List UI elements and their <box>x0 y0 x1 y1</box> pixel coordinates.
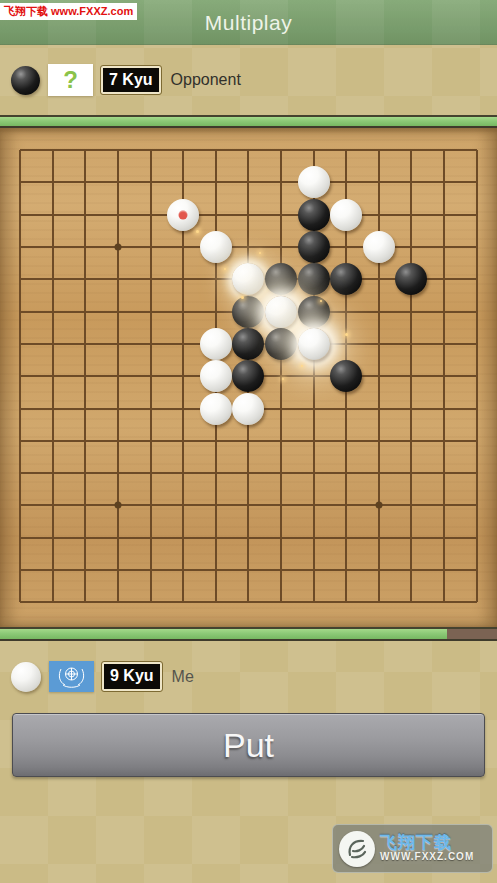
board-intersection[interactable] <box>167 489 200 521</box>
board-intersection[interactable] <box>265 522 298 554</box>
black-stone <box>298 296 330 328</box>
board-intersection[interactable] <box>102 199 135 231</box>
my-label: Me <box>172 668 194 686</box>
opponent-rank-badge: 7 Kyu <box>101 66 161 95</box>
my-info-row: 9 Kyu Me <box>0 641 497 712</box>
board-intersection[interactable] <box>395 425 428 457</box>
board-intersection[interactable] <box>395 231 428 263</box>
board-intersection[interactable] <box>428 457 461 489</box>
board-intersection[interactable] <box>200 328 233 360</box>
board-intersection[interactable] <box>395 199 428 231</box>
board-intersection[interactable] <box>134 360 167 392</box>
board-intersection[interactable] <box>102 328 135 360</box>
board-intersection[interactable] <box>200 522 233 554</box>
board-intersection[interactable] <box>363 134 396 166</box>
star-point <box>375 502 382 509</box>
white-stone <box>298 166 330 198</box>
board-intersection[interactable] <box>232 295 265 327</box>
top-watermark: 飞翔下载 www.FXXZ.com <box>0 3 137 20</box>
board-intersection[interactable] <box>134 425 167 457</box>
black-stone <box>330 263 362 295</box>
watermark-site-name: 飞翔下载 <box>380 834 474 852</box>
gomoku-board[interactable] <box>4 134 493 618</box>
board-intersection[interactable] <box>428 263 461 295</box>
opponent-timer-fill <box>0 117 497 126</box>
board-intersection[interactable] <box>265 328 298 360</box>
un-flag-icon <box>49 661 94 692</box>
board-intersection[interactable] <box>232 522 265 554</box>
board-intersection[interactable] <box>363 263 396 295</box>
black-stone <box>265 263 297 295</box>
board-intersection[interactable] <box>265 166 298 198</box>
board-intersection[interactable] <box>232 199 265 231</box>
board-intersection[interactable] <box>200 586 233 618</box>
board-intersection[interactable] <box>4 392 37 424</box>
white-stone <box>200 328 232 360</box>
board-intersection[interactable] <box>363 166 396 198</box>
board-intersection[interactable] <box>330 360 363 392</box>
board-intersection[interactable] <box>4 263 37 295</box>
board-intersection[interactable] <box>134 392 167 424</box>
board-intersection[interactable] <box>395 522 428 554</box>
board-intersection[interactable] <box>395 554 428 586</box>
board-intersection[interactable] <box>395 263 428 295</box>
board-intersection[interactable] <box>297 522 330 554</box>
board-intersection[interactable] <box>37 586 70 618</box>
board-intersection[interactable] <box>297 263 330 295</box>
board-intersection[interactable] <box>330 392 363 424</box>
board-intersection[interactable] <box>460 231 493 263</box>
board-intersection[interactable] <box>69 425 102 457</box>
opponent-black-stone-avatar <box>11 66 40 95</box>
white-stone-glowing <box>232 263 264 295</box>
board-intersection[interactable] <box>330 522 363 554</box>
board-intersection[interactable] <box>200 425 233 457</box>
board-intersection[interactable] <box>330 199 363 231</box>
board-intersection[interactable] <box>232 392 265 424</box>
board-intersection[interactable] <box>167 586 200 618</box>
board-intersection[interactable] <box>363 328 396 360</box>
sparkle-effect <box>320 300 322 302</box>
my-timer-fill <box>0 629 447 639</box>
board-intersection[interactable] <box>69 392 102 424</box>
board-intersection[interactable] <box>4 231 37 263</box>
board-intersection[interactable] <box>330 231 363 263</box>
white-stone-glowing <box>298 328 330 360</box>
board-intersection[interactable] <box>167 231 200 263</box>
board-intersection[interactable] <box>232 134 265 166</box>
board-intersection[interactable] <box>232 457 265 489</box>
board-intersection[interactable] <box>37 392 70 424</box>
board-intersection[interactable] <box>363 360 396 392</box>
board-intersection[interactable] <box>395 328 428 360</box>
white-stone <box>330 199 362 231</box>
my-white-stone-avatar <box>11 662 41 692</box>
board-intersection[interactable] <box>4 360 37 392</box>
board-intersection[interactable] <box>330 134 363 166</box>
board-intersection[interactable] <box>69 231 102 263</box>
board-intersection[interactable] <box>37 457 70 489</box>
board-intersection[interactable] <box>428 231 461 263</box>
board-intersection[interactable] <box>363 425 396 457</box>
board-intersection[interactable] <box>363 199 396 231</box>
white-stone <box>232 393 264 425</box>
board-intersection[interactable] <box>363 231 396 263</box>
opponent-info-row: ? 7 Kyu Opponent <box>0 45 497 115</box>
board-intersection[interactable] <box>37 166 70 198</box>
board-intersection[interactable] <box>167 360 200 392</box>
board-intersection[interactable] <box>200 457 233 489</box>
board-intersection[interactable] <box>460 199 493 231</box>
board-intersection[interactable] <box>395 457 428 489</box>
board-intersection[interactable] <box>102 489 135 521</box>
board-intersection[interactable] <box>460 489 493 521</box>
board-intersection[interactable] <box>4 489 37 521</box>
board-intersection[interactable] <box>297 425 330 457</box>
black-stone <box>298 199 330 231</box>
board-intersection[interactable] <box>428 199 461 231</box>
board-intersection[interactable] <box>428 586 461 618</box>
bottom-watermark: 飞翔下载 WWW.FXXZ.COM <box>332 824 493 873</box>
board-intersection[interactable] <box>167 328 200 360</box>
board-intersection[interactable] <box>69 360 102 392</box>
my-timer-bar <box>0 627 497 641</box>
board-intersection[interactable] <box>102 263 135 295</box>
board-intersection[interactable] <box>460 134 493 166</box>
board-intersection[interactable] <box>69 199 102 231</box>
board-intersection[interactable] <box>4 586 37 618</box>
board-intersection[interactable] <box>297 457 330 489</box>
board-intersection[interactable] <box>297 586 330 618</box>
question-mark-icon: ? <box>63 66 78 94</box>
board-intersection[interactable] <box>232 489 265 521</box>
board-intersection[interactable] <box>4 457 37 489</box>
board-intersection[interactable] <box>134 166 167 198</box>
board-intersection[interactable] <box>460 263 493 295</box>
board-intersection[interactable] <box>37 328 70 360</box>
bottom-watermark-text: 飞翔下载 WWW.FXXZ.COM <box>380 834 474 862</box>
board-intersection[interactable] <box>69 263 102 295</box>
black-stone <box>232 360 264 392</box>
board-intersection[interactable] <box>460 554 493 586</box>
board-intersection[interactable] <box>428 134 461 166</box>
board-intersection[interactable] <box>265 134 298 166</box>
board-intersection[interactable] <box>460 425 493 457</box>
board-intersection[interactable] <box>134 554 167 586</box>
opponent-timer-bar <box>0 115 497 128</box>
board-intersection[interactable] <box>37 134 70 166</box>
board-intersection[interactable] <box>363 392 396 424</box>
board-intersection[interactable] <box>37 199 70 231</box>
board-intersection[interactable] <box>232 586 265 618</box>
board-intersection[interactable] <box>134 263 167 295</box>
board-intersection[interactable] <box>37 425 70 457</box>
board-intersection[interactable] <box>69 134 102 166</box>
sparkle-effect <box>241 296 244 299</box>
board-intersection[interactable] <box>37 263 70 295</box>
board-intersection[interactable] <box>200 231 233 263</box>
board-intersection[interactable] <box>167 425 200 457</box>
opponent-flag-unknown: ? <box>48 64 93 96</box>
white-stone <box>363 231 395 263</box>
board-intersection[interactable] <box>134 134 167 166</box>
board-intersection[interactable] <box>395 586 428 618</box>
board-intersection[interactable] <box>69 554 102 586</box>
board-intersection[interactable] <box>102 231 135 263</box>
board-intersection[interactable] <box>69 166 102 198</box>
board-intersection[interactable] <box>460 328 493 360</box>
board-intersection[interactable] <box>167 263 200 295</box>
board-intersection[interactable] <box>102 554 135 586</box>
board-intersection[interactable] <box>4 134 37 166</box>
board-intersection[interactable] <box>297 199 330 231</box>
board-panel <box>0 128 497 627</box>
board-intersection[interactable] <box>428 554 461 586</box>
board-intersection[interactable] <box>200 199 233 231</box>
board-intersection[interactable] <box>69 328 102 360</box>
board-intersection[interactable] <box>363 522 396 554</box>
board-intersection[interactable] <box>37 295 70 327</box>
star-point <box>115 502 122 509</box>
white-stone <box>200 393 232 425</box>
board-intersection[interactable] <box>395 295 428 327</box>
board-intersection[interactable] <box>69 295 102 327</box>
board-intersection[interactable] <box>134 457 167 489</box>
board-intersection[interactable] <box>37 360 70 392</box>
board-intersection[interactable] <box>297 166 330 198</box>
board-intersection[interactable] <box>200 263 233 295</box>
white-stone-glowing <box>265 296 297 328</box>
board-intersection[interactable] <box>200 392 233 424</box>
board-intersection[interactable] <box>428 295 461 327</box>
board-intersection[interactable] <box>265 554 298 586</box>
board-intersection[interactable] <box>460 392 493 424</box>
board-intersection[interactable] <box>395 489 428 521</box>
black-stone <box>395 263 427 295</box>
board-intersection[interactable] <box>134 231 167 263</box>
board-intersection[interactable] <box>265 489 298 521</box>
board-intersection[interactable] <box>102 457 135 489</box>
board-intersection[interactable] <box>428 166 461 198</box>
board-intersection[interactable] <box>363 295 396 327</box>
board-intersection[interactable] <box>37 231 70 263</box>
board-intersection[interactable] <box>330 489 363 521</box>
black-stone <box>298 231 330 263</box>
board-intersection[interactable] <box>232 328 265 360</box>
board-intersection[interactable] <box>330 263 363 295</box>
board-intersection[interactable] <box>200 134 233 166</box>
board-intersection[interactable] <box>330 457 363 489</box>
board-intersection[interactable] <box>232 231 265 263</box>
watermark-site-url: WWW.FXXZ.COM <box>380 852 474 863</box>
board-intersection[interactable] <box>200 554 233 586</box>
board-intersection[interactable] <box>167 134 200 166</box>
board-intersection[interactable] <box>395 134 428 166</box>
black-stone <box>330 360 362 392</box>
board-intersection[interactable] <box>102 392 135 424</box>
board-intersection[interactable] <box>297 489 330 521</box>
put-button[interactable]: Put <box>12 713 485 777</box>
board-intersection[interactable] <box>395 166 428 198</box>
board-intersection[interactable] <box>200 360 233 392</box>
board-intersection[interactable] <box>4 425 37 457</box>
board-intersection[interactable] <box>134 199 167 231</box>
board-intersection[interactable] <box>4 166 37 198</box>
board-intersection[interactable] <box>265 425 298 457</box>
board-intersection[interactable] <box>37 489 70 521</box>
board-intersection[interactable] <box>395 360 428 392</box>
board-intersection[interactable] <box>297 134 330 166</box>
white-stone <box>200 360 232 392</box>
sparkle-effect <box>345 333 348 336</box>
board-intersection[interactable] <box>4 295 37 327</box>
board-intersection[interactable] <box>330 554 363 586</box>
board-intersection[interactable] <box>232 263 265 295</box>
board-intersection[interactable] <box>134 489 167 521</box>
board-intersection[interactable] <box>102 360 135 392</box>
board-intersection[interactable] <box>265 457 298 489</box>
board-intersection[interactable] <box>167 392 200 424</box>
black-stone <box>265 328 297 360</box>
board-intersection[interactable] <box>330 586 363 618</box>
board-intersection[interactable] <box>69 586 102 618</box>
board-intersection[interactable] <box>134 328 167 360</box>
board-intersection[interactable] <box>167 457 200 489</box>
board-intersection[interactable] <box>232 360 265 392</box>
board-intersection[interactable] <box>69 457 102 489</box>
board-intersection[interactable] <box>428 489 461 521</box>
board-intersection[interactable] <box>200 489 233 521</box>
white-stone <box>200 231 232 263</box>
board-intersection[interactable] <box>69 489 102 521</box>
board-intersection[interactable] <box>102 586 135 618</box>
white-stone-last-move <box>167 199 199 231</box>
board-intersection[interactable] <box>134 522 167 554</box>
board-intersection[interactable] <box>330 425 363 457</box>
board-intersection[interactable] <box>102 425 135 457</box>
board-intersection[interactable] <box>265 586 298 618</box>
opponent-label: Opponent <box>171 71 241 89</box>
black-stone <box>232 328 264 360</box>
board-intersection[interactable] <box>102 166 135 198</box>
board-intersection[interactable] <box>4 554 37 586</box>
board-intersection[interactable] <box>330 295 363 327</box>
black-stone <box>232 296 264 328</box>
board-intersection[interactable] <box>167 295 200 327</box>
board-intersection[interactable] <box>363 586 396 618</box>
board-intersection[interactable] <box>330 166 363 198</box>
board-intersection[interactable] <box>102 134 135 166</box>
board-intersection[interactable] <box>460 586 493 618</box>
board-intersection[interactable] <box>460 522 493 554</box>
board-intersection[interactable] <box>297 295 330 327</box>
board-intersection[interactable] <box>460 360 493 392</box>
board-intersection[interactable] <box>428 392 461 424</box>
board-intersection[interactable] <box>69 522 102 554</box>
board-intersection[interactable] <box>460 457 493 489</box>
board-intersection[interactable] <box>167 166 200 198</box>
fxxz-logo-icon <box>339 831 375 867</box>
board-intersection[interactable] <box>265 199 298 231</box>
board-intersection[interactable] <box>4 199 37 231</box>
board-intersection[interactable] <box>200 166 233 198</box>
board-intersection[interactable] <box>37 522 70 554</box>
board-intersection[interactable] <box>428 522 461 554</box>
board-intersection[interactable] <box>297 392 330 424</box>
board-intersection[interactable] <box>363 457 396 489</box>
sparkle-effect <box>282 378 284 380</box>
board-intersection[interactable] <box>4 328 37 360</box>
board-intersection[interactable] <box>297 328 330 360</box>
sparkle-effect <box>259 252 261 254</box>
board-intersection[interactable] <box>102 522 135 554</box>
board-intersection[interactable] <box>167 522 200 554</box>
black-stone <box>298 263 330 295</box>
app-screen: Multiplay 飞翔下载 www.FXXZ.com ? 7 Kyu Oppo… <box>0 0 497 883</box>
board-intersection[interactable] <box>265 263 298 295</box>
board-intersection[interactable] <box>428 328 461 360</box>
board-intersection[interactable] <box>363 489 396 521</box>
board-intersection[interactable] <box>265 295 298 327</box>
star-point <box>115 244 122 251</box>
board-intersection[interactable] <box>134 295 167 327</box>
sparkle-effect <box>224 268 226 270</box>
board-intersection[interactable] <box>265 392 298 424</box>
sparkle-effect <box>301 365 303 367</box>
board-intersection[interactable] <box>363 554 396 586</box>
board-intersection[interactable] <box>265 360 298 392</box>
board-intersection[interactable] <box>134 586 167 618</box>
board-intersection[interactable] <box>4 522 37 554</box>
board-intersection[interactable] <box>265 231 298 263</box>
sparkle-effect <box>196 230 199 233</box>
board-intersection[interactable] <box>428 425 461 457</box>
board-intersection[interactable] <box>297 554 330 586</box>
board-intersection[interactable] <box>297 231 330 263</box>
board-intersection[interactable] <box>37 554 70 586</box>
board-intersection[interactable] <box>167 554 200 586</box>
board-intersection[interactable] <box>200 295 233 327</box>
board-intersection[interactable] <box>395 392 428 424</box>
board-intersection[interactable] <box>102 295 135 327</box>
board-intersection[interactable] <box>167 199 200 231</box>
board-intersection[interactable] <box>428 360 461 392</box>
my-rank-badge: 9 Kyu <box>102 662 162 691</box>
board-intersection[interactable] <box>460 295 493 327</box>
board-intersection[interactable] <box>460 166 493 198</box>
board-intersection[interactable] <box>232 166 265 198</box>
board-intersection[interactable] <box>232 425 265 457</box>
board-intersection[interactable] <box>232 554 265 586</box>
